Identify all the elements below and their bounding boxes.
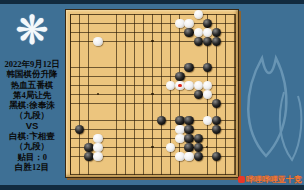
info-panel: ❋ 2022年9月12日 韩国棋份升降 热血五番棋 第4局让先 黑棋:徐奉洙 （… xyxy=(0,4,64,185)
white-stone xyxy=(194,28,203,37)
black-stone xyxy=(184,116,193,125)
white-stone xyxy=(175,125,184,134)
event-name-line1: 韩国棋份升降 xyxy=(0,69,64,79)
black-stone xyxy=(184,63,193,72)
white-stone xyxy=(184,81,193,90)
black-stone xyxy=(212,28,221,37)
game-number: 第4局让先 xyxy=(0,90,64,100)
white-stone xyxy=(93,37,102,46)
white-stone xyxy=(203,116,212,125)
black-stone xyxy=(84,143,93,152)
black-stone xyxy=(184,143,193,152)
black-stone xyxy=(203,19,212,28)
black-stone xyxy=(194,37,203,46)
white-stone xyxy=(175,81,184,90)
black-stone xyxy=(212,125,221,134)
black-stone xyxy=(175,72,184,81)
black-stone xyxy=(212,116,221,125)
white-stone xyxy=(93,152,102,161)
black-stone xyxy=(75,125,84,134)
vs-label: VS xyxy=(0,121,64,131)
video-frame[interactable]: ❋ 2022年9月12日 韩国棋份升降 热血五番棋 第4局让先 黑棋:徐奉洙 （… xyxy=(0,0,304,190)
black-stone xyxy=(194,90,203,99)
bilibili-watermark: 哔哩哔哩亚十竞 xyxy=(238,175,302,184)
white-stone xyxy=(203,28,212,37)
black-player: 黑棋:徐奉洙 xyxy=(0,100,64,110)
last-move-marker xyxy=(178,84,181,87)
white-stone xyxy=(194,10,203,19)
white-rank: （九段） xyxy=(0,141,64,151)
white-stone xyxy=(166,143,175,152)
stone-grid xyxy=(66,10,240,179)
komi-label: 贴目：0 xyxy=(0,152,64,162)
black-stone xyxy=(212,99,221,108)
black-stone xyxy=(212,152,221,161)
black-stone xyxy=(203,63,212,72)
white-stone xyxy=(93,143,102,152)
white-stone xyxy=(203,90,212,99)
black-stone xyxy=(157,116,166,125)
tulip-watermark-icon xyxy=(232,52,304,184)
white-stone xyxy=(175,19,184,28)
white-stone xyxy=(93,134,102,143)
watermark-text: 哔哩哔哩亚十竞 xyxy=(246,175,302,184)
white-stone xyxy=(194,81,203,90)
hoshi-point xyxy=(151,146,154,149)
white-stone xyxy=(184,152,193,161)
black-stone xyxy=(194,143,203,152)
event-date: 2022年9月12日 xyxy=(0,59,64,69)
black-stone xyxy=(184,28,193,37)
black-stone xyxy=(203,37,212,46)
bottom-letterbox xyxy=(0,185,304,190)
white-stone xyxy=(175,134,184,143)
match-info: 2022年9月12日 韩国棋份升降 热血五番棋 第4局让先 黑棋:徐奉洙 （九段… xyxy=(0,59,64,172)
flower-logo-icon: ❋ xyxy=(0,4,64,56)
play-icon xyxy=(238,176,245,183)
black-stone xyxy=(212,37,221,46)
black-stone xyxy=(175,116,184,125)
black-stone xyxy=(184,125,193,134)
result-label: 白胜12目 xyxy=(0,162,64,172)
white-player: 白棋:卞相壹 xyxy=(0,131,64,141)
event-name-line2: 热血五番棋 xyxy=(0,80,64,90)
hoshi-point xyxy=(151,93,154,96)
black-stone xyxy=(84,152,93,161)
black-stone xyxy=(184,134,193,143)
hoshi-point xyxy=(151,40,154,43)
go-board xyxy=(65,9,239,178)
white-stone xyxy=(166,81,175,90)
black-stone xyxy=(194,134,203,143)
hoshi-point xyxy=(206,146,209,149)
hoshi-point xyxy=(97,93,100,96)
black-stone xyxy=(194,152,203,161)
white-stone xyxy=(175,152,184,161)
white-stone xyxy=(203,81,212,90)
white-stone xyxy=(184,19,193,28)
